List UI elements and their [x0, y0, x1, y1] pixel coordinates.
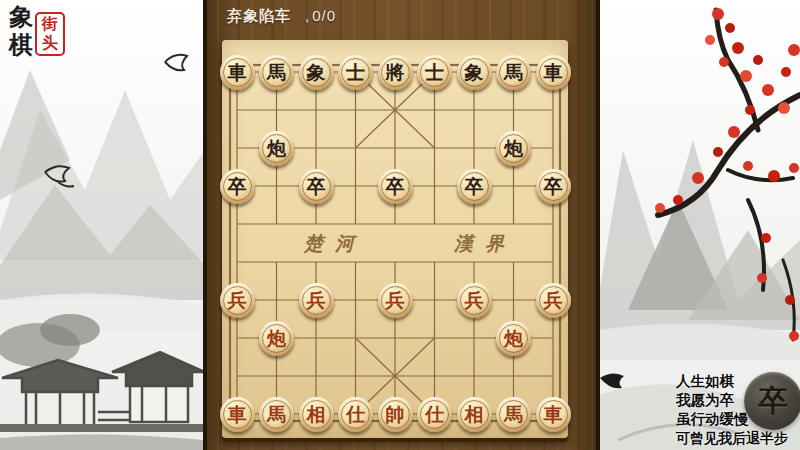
ink-landscape-left	[0, 0, 205, 450]
red-piece-p[interactable]: 兵	[457, 283, 492, 318]
red-piece-r[interactable]: 車	[220, 397, 255, 432]
red-piece-c[interactable]: 炮	[496, 321, 531, 356]
piece-label: 卒	[307, 177, 326, 196]
bird-icon	[600, 373, 624, 388]
piece-grid: 車馬象士將士象馬車炮炮卒卒卒卒卒兵兵兵兵兵炮炮車馬相仕帥仕相馬車	[217, 53, 573, 433]
black-piece-a[interactable]: 士	[338, 55, 373, 90]
motto-line-4: 可曾见我后退半步	[676, 429, 800, 448]
piece-label: 車	[544, 63, 563, 82]
piece-label: 兵	[386, 291, 405, 310]
piece-label: 兵	[228, 291, 247, 310]
xiangqi-board[interactable]: 楚河 漢界 車馬象士將士象馬車炮炮卒卒卒卒卒兵兵兵兵兵炮炮車馬相仕帥仕相馬車	[222, 40, 568, 438]
black-piece-p[interactable]: 卒	[378, 169, 413, 204]
piece-label: 卒	[465, 177, 484, 196]
piece-label: 馬	[267, 63, 286, 82]
pawn-stone-char: 卒	[758, 381, 788, 422]
pawn-stone-image: 卒	[744, 372, 800, 430]
piece-label: 炮	[504, 139, 523, 158]
piece-label: 將	[386, 63, 405, 82]
red-piece-a[interactable]: 仕	[338, 397, 373, 432]
piece-label: 車	[228, 63, 247, 82]
black-piece-r[interactable]: 車	[220, 55, 255, 90]
black-piece-k[interactable]: 將	[378, 55, 413, 90]
piece-label: 象	[465, 63, 484, 82]
piece-label: 帥	[386, 405, 405, 424]
piece-label: 兵	[307, 291, 326, 310]
piece-label: 馬	[504, 63, 523, 82]
black-piece-c[interactable]: 炮	[259, 131, 294, 166]
piece-label: 車	[544, 405, 563, 424]
red-piece-c[interactable]: 炮	[259, 321, 294, 356]
piece-label: 卒	[228, 177, 247, 196]
piece-label: 炮	[504, 329, 523, 348]
black-piece-p[interactable]: 卒	[536, 169, 571, 204]
opening-title-bar: 弃象陷车,0/0	[227, 7, 336, 26]
black-piece-b[interactable]: 象	[457, 55, 492, 90]
black-piece-r[interactable]: 車	[536, 55, 571, 90]
piece-label: 馬	[267, 405, 286, 424]
piece-label: 相	[307, 405, 326, 424]
piece-label: 象	[307, 63, 326, 82]
piece-label: 相	[465, 405, 484, 424]
black-piece-n[interactable]: 馬	[259, 55, 294, 90]
piece-label: 仕	[346, 405, 365, 424]
piece-label: 士	[346, 63, 365, 82]
black-piece-p[interactable]: 卒	[457, 169, 492, 204]
move-counter: 0/0	[312, 7, 336, 24]
black-piece-c[interactable]: 炮	[496, 131, 531, 166]
logo-char-qi: 棋	[8, 32, 34, 58]
red-piece-p[interactable]: 兵	[220, 283, 255, 318]
piece-label: 仕	[425, 405, 444, 424]
piece-label: 卒	[386, 177, 405, 196]
left-decor-panel: 象 棋 街 头	[0, 0, 205, 450]
piece-label: 兵	[465, 291, 484, 310]
piece-label: 炮	[267, 329, 286, 348]
piece-label: 車	[228, 405, 247, 424]
title-separator: ,	[305, 7, 310, 24]
app-window: 象 棋 街 头	[0, 0, 800, 450]
red-piece-p[interactable]: 兵	[378, 283, 413, 318]
opening-title: 弃象陷车	[227, 7, 291, 24]
red-piece-b[interactable]: 相	[457, 397, 492, 432]
logo-char-xiang: 象	[8, 4, 34, 30]
piece-label: 炮	[267, 139, 286, 158]
black-piece-n[interactable]: 馬	[496, 55, 531, 90]
black-piece-b[interactable]: 象	[299, 55, 334, 90]
piece-label: 士	[425, 63, 444, 82]
piece-label: 卒	[544, 177, 563, 196]
piece-label: 兵	[544, 291, 563, 310]
seal-char-tou: 头	[37, 33, 63, 52]
seal-char-jie: 街	[37, 14, 63, 33]
piece-label: 馬	[504, 405, 523, 424]
logo-seal-stamp: 街 头	[35, 12, 65, 56]
red-piece-b[interactable]: 相	[299, 397, 334, 432]
black-piece-a[interactable]: 士	[417, 55, 452, 90]
red-piece-r[interactable]: 車	[536, 397, 571, 432]
red-piece-a[interactable]: 仕	[417, 397, 452, 432]
red-piece-n[interactable]: 馬	[259, 397, 294, 432]
red-piece-n[interactable]: 馬	[496, 397, 531, 432]
black-piece-p[interactable]: 卒	[299, 169, 334, 204]
app-logo: 象 棋 街 头	[8, 4, 68, 66]
red-piece-p[interactable]: 兵	[299, 283, 334, 318]
red-piece-k[interactable]: 帥	[378, 397, 413, 432]
black-piece-p[interactable]: 卒	[220, 169, 255, 204]
red-piece-p[interactable]: 兵	[536, 283, 571, 318]
